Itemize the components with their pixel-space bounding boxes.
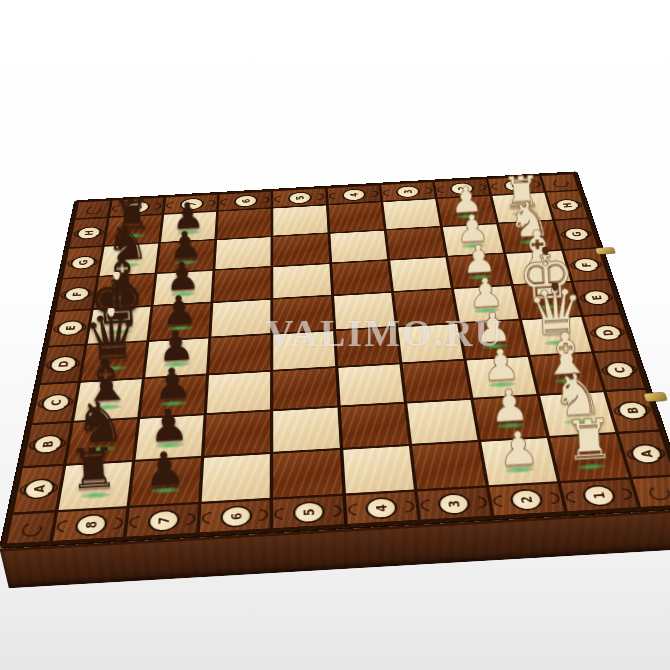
rank-label-top-3-disc: 3	[395, 185, 420, 198]
watermark: VALIMO.RU	[266, 311, 504, 355]
file-label-right-d-disc: D	[592, 324, 624, 341]
square-c4[interactable]	[338, 364, 403, 405]
rank-label-top-5: 5	[274, 188, 326, 207]
square-f5[interactable]	[274, 264, 331, 298]
rank-label-bottom-2: 2	[489, 483, 564, 515]
brass-clasp-lower	[644, 393, 667, 402]
rank-label-top-6: 6	[219, 192, 271, 211]
file-label-left-e-disc: E	[56, 320, 85, 337]
square-b6[interactable]	[205, 411, 271, 455]
square-g5[interactable]	[274, 234, 329, 266]
rank-label-top-3: 3	[381, 182, 435, 201]
square-a5[interactable]	[274, 450, 342, 498]
square-b4[interactable]	[340, 404, 408, 448]
square-g3[interactable]	[386, 227, 445, 259]
file-label-left-c: C	[32, 383, 77, 423]
file-label-left-f-disc: F	[63, 286, 91, 302]
brass-clasp-upper	[595, 248, 615, 255]
file-label-right-h-disc: H	[554, 198, 582, 212]
rank-label-bottom-7-disc: 7	[147, 509, 180, 532]
file-label-left-b: B	[23, 423, 70, 466]
rank-label-bottom-1-disc: 1	[581, 484, 618, 507]
rank-label-bottom-4-disc: 4	[365, 497, 398, 520]
rank-label-bottom-6-disc: 6	[220, 505, 252, 528]
rank-label-bottom-2-disc: 2	[509, 488, 545, 511]
square-f3[interactable]	[390, 258, 451, 292]
file-label-left-h: H	[70, 218, 107, 247]
square-f4[interactable]	[332, 261, 391, 295]
square-b3[interactable]	[407, 400, 477, 444]
file-label-left-c-disc: C	[40, 393, 72, 412]
file-label-left-a: A	[14, 466, 63, 513]
square-a6[interactable]	[202, 454, 270, 502]
square-a4[interactable]	[343, 446, 414, 493]
rank-label-bottom-7: 7	[127, 504, 199, 537]
rank-label-bottom-3: 3	[417, 488, 490, 520]
crown-finial	[551, 282, 559, 290]
piece-black-pawn-b7[interactable]: ♟	[147, 403, 189, 447]
square-a7[interactable]: ♟	[130, 458, 201, 506]
crown-finial	[112, 271, 119, 278]
square-a8[interactable]: ♜	[59, 462, 133, 510]
rank-label-bottom-8: 8	[53, 508, 126, 541]
piece-black-rook-a8[interactable]: ♜	[67, 442, 119, 497]
file-label-right-e-disc: E	[581, 290, 612, 306]
rank-label-bottom-6: 6	[200, 500, 270, 532]
square-c5[interactable]	[274, 368, 337, 409]
square-a1[interactable]: ♜	[550, 434, 629, 481]
square-b5[interactable]	[274, 407, 340, 451]
frame-corner-bottom-left	[7, 512, 55, 543]
square-d6[interactable]	[209, 335, 270, 374]
rank-label-bottom-3-disc: 3	[437, 492, 472, 515]
square-g6[interactable]	[216, 237, 271, 269]
crown-finial	[542, 246, 549, 253]
piece-black-pawn-a7[interactable]: ♟	[142, 447, 185, 493]
square-e6[interactable]	[212, 300, 271, 336]
piece-white-pawn-a2[interactable]: ♟	[497, 426, 540, 472]
felt-pad	[505, 466, 535, 473]
file-label-right-a-disc: A	[628, 444, 665, 465]
square-h3[interactable]	[383, 199, 440, 229]
product-photo: 87654321H♜♟♟♜HG♞♟♟♞GF♝♟♟♝FE♚♟♟♚ED♛♟♟♛DC♝…	[0, 0, 670, 670]
file-label-left-b-disc: B	[31, 434, 64, 454]
felt-pad	[79, 491, 109, 498]
file-label-left-d-disc: D	[48, 355, 79, 373]
file-label-right-c-disc: C	[603, 361, 637, 380]
square-h6[interactable]	[217, 209, 271, 239]
rank-label-bottom-1: 1	[561, 479, 638, 511]
crown-finial	[107, 307, 115, 315]
rank-label-top-5-disc: 5	[288, 191, 312, 204]
file-label-right-h: H	[547, 191, 588, 220]
rank-label-bottom-5: 5	[274, 496, 344, 528]
file-label-left-h-disc: H	[76, 226, 103, 240]
chess-board: 87654321H♜♟♟♜HG♞♟♟♞GF♝♟♟♝FE♚♟♟♚ED♛♟♟♛DC♝…	[2, 172, 670, 547]
frame-corner-top-right	[542, 174, 578, 191]
rank-label-top-4-disc: 4	[342, 188, 367, 201]
file-label-right-f-disc: F	[571, 257, 601, 272]
square-a2[interactable]: ♟	[481, 438, 557, 485]
piece-white-rook-a1[interactable]: ♜	[564, 413, 616, 468]
rank-label-bottom-5-disc: 5	[293, 501, 325, 524]
square-h4[interactable]	[328, 202, 383, 232]
felt-pad	[150, 487, 180, 494]
frame-corner-bottom-right	[633, 477, 670, 507]
felt-pad	[576, 462, 606, 469]
rank-label-top-6-disc: 6	[234, 194, 258, 207]
rank-label-bottom-4: 4	[345, 492, 417, 524]
square-g4[interactable]	[330, 231, 387, 263]
square-c6[interactable]	[207, 372, 270, 413]
piece-white-pawn-b2[interactable]: ♟	[489, 383, 531, 427]
square-h5[interactable]	[274, 205, 328, 235]
square-c3[interactable]	[402, 360, 470, 401]
file-label-right-b-disc: B	[615, 401, 650, 421]
rank-label-bottom-8-disc: 8	[73, 513, 108, 536]
square-a3[interactable]	[412, 442, 485, 489]
file-label-left-a-disc: A	[22, 478, 57, 500]
rank-label-top-4: 4	[327, 185, 380, 204]
square-f6[interactable]	[214, 268, 271, 302]
